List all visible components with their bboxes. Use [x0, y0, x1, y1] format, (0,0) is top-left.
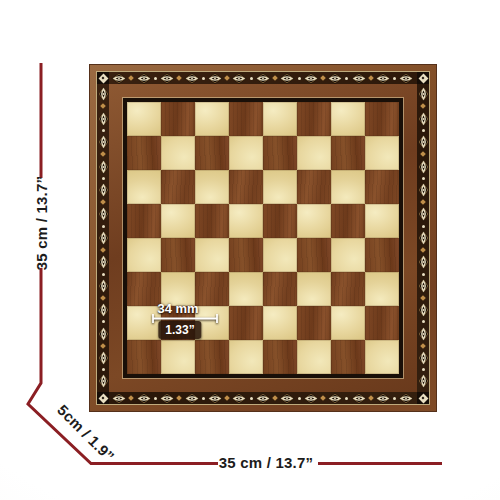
- inlay-dot: [224, 75, 230, 81]
- square-b4: [161, 238, 195, 272]
- square-a6: [127, 170, 161, 204]
- inlay-dot: [422, 273, 425, 276]
- square-h3: [365, 272, 399, 306]
- square-f3: [297, 272, 331, 306]
- inlay-dot: [224, 395, 230, 401]
- square-e3: [263, 272, 297, 306]
- square-d1: [229, 340, 263, 374]
- inlay-eye-motif: [98, 350, 109, 366]
- inlay-eye-motif: [255, 393, 271, 404]
- inlay-strip-left: [97, 84, 109, 392]
- square-a7: [127, 136, 161, 170]
- inlay-eye-motif: [303, 393, 319, 404]
- square-e1: [263, 340, 297, 374]
- square-h1: [365, 340, 399, 374]
- inlay-strip-right: [417, 84, 429, 392]
- inlay-dot: [202, 77, 205, 80]
- inlay-dot: [202, 397, 205, 400]
- inlay-dot: [102, 177, 105, 180]
- square-size-label-inch: 1.33”: [158, 321, 201, 339]
- square-g5: [331, 204, 365, 238]
- inlay-eye-motif: [418, 254, 429, 270]
- inlay-dot: [422, 368, 425, 371]
- inlay-corner-motif: [97, 392, 109, 404]
- square-a1: [127, 340, 161, 374]
- inlay-eye-motif: [159, 393, 175, 404]
- inlay-dot: [422, 177, 425, 180]
- square-g6: [331, 170, 365, 204]
- inlay-dot: [102, 368, 105, 371]
- inlay-eye-motif: [418, 350, 429, 366]
- square-e6: [263, 170, 297, 204]
- inlay-dot: [100, 199, 106, 205]
- inlay-eye-motif: [98, 326, 109, 342]
- inlay-dot: [250, 397, 253, 400]
- inlay-dot: [345, 397, 348, 400]
- inlay-eye-motif: [418, 230, 429, 246]
- square-f4: [297, 238, 331, 272]
- inlay-eye-motif: [351, 393, 367, 404]
- square-h6: [365, 170, 399, 204]
- square-c3: [195, 272, 229, 306]
- inlay-eye-motif: [207, 73, 223, 84]
- square-f7: [297, 136, 331, 170]
- measurement-label-width: 35 cm / 13.7”: [219, 454, 313, 471]
- inlay-dot: [420, 247, 426, 253]
- square-h4: [365, 238, 399, 272]
- inlay-dot: [129, 75, 135, 81]
- inlay-eye-motif: [398, 393, 414, 404]
- inlay-eye-motif: [136, 73, 152, 84]
- square-d6: [229, 170, 263, 204]
- inlay-dot: [176, 395, 182, 401]
- square-f8: [297, 102, 331, 136]
- inlay-eye-motif: [327, 73, 343, 84]
- inlay-dot: [298, 77, 301, 80]
- inlay-dot: [100, 151, 106, 157]
- inlay-eye-motif: [418, 159, 429, 175]
- inlay-eye-motif: [231, 73, 247, 84]
- inlay-eye-motif: [418, 302, 429, 318]
- inlay-dot: [298, 397, 301, 400]
- square-c4: [195, 238, 229, 272]
- square-e5: [263, 204, 297, 238]
- inlay-eye-motif: [98, 278, 109, 294]
- square-a2: [127, 306, 161, 340]
- inlay-eye-motif: [231, 393, 247, 404]
- inlay-dot: [154, 77, 157, 80]
- square-b8: [161, 102, 195, 136]
- inlay-eye-motif: [327, 393, 343, 404]
- inlay-eye-motif: [98, 159, 109, 175]
- inlay-eye-motif: [98, 302, 109, 318]
- square-g7: [331, 136, 365, 170]
- square-a5: [127, 204, 161, 238]
- inlay-dot: [102, 129, 105, 132]
- square-h8: [365, 102, 399, 136]
- square-c6: [195, 170, 229, 204]
- square-b1: [161, 340, 195, 374]
- inlay-dot: [250, 77, 253, 80]
- square-d2: [229, 306, 263, 340]
- inlay-dot: [272, 75, 278, 81]
- inlay-eye-motif: [207, 393, 223, 404]
- square-d7: [229, 136, 263, 170]
- square-f5: [297, 204, 331, 238]
- square-d8: [229, 102, 263, 136]
- square-a8: [127, 102, 161, 136]
- inlay-eye-motif: [98, 111, 109, 127]
- inlay-eye-motif: [111, 393, 127, 404]
- inlay-eye-motif: [98, 134, 109, 150]
- inlay-dot: [345, 77, 348, 80]
- square-c8: [195, 102, 229, 136]
- square-f1: [297, 340, 331, 374]
- square-e4: [263, 238, 297, 272]
- inlay-eye-motif: [418, 373, 429, 389]
- inlay-dot: [420, 151, 426, 157]
- inlay-dot: [420, 199, 426, 205]
- square-g1: [331, 340, 365, 374]
- inlay-dot: [100, 104, 106, 110]
- inlay-dot: [102, 225, 105, 228]
- square-c1: [195, 340, 229, 374]
- board-inlay-band: [96, 71, 430, 405]
- inlay-eye-motif: [418, 111, 429, 127]
- inlay-eye-motif: [255, 73, 271, 84]
- inlay-eye-motif: [375, 393, 391, 404]
- board-inner-frame: [109, 84, 417, 392]
- square-a3: [127, 272, 161, 306]
- inlay-eye-motif: [351, 73, 367, 84]
- square-d4: [229, 238, 263, 272]
- inlay-eye-motif: [303, 73, 319, 84]
- inlay-eye-motif: [159, 73, 175, 84]
- square-f6: [297, 170, 331, 204]
- inlay-dot: [102, 320, 105, 323]
- square-g2: [331, 306, 365, 340]
- inlay-dot: [420, 295, 426, 301]
- inlay-eye-motif: [279, 73, 295, 84]
- inlay-strip-top: [109, 72, 417, 84]
- square-c5: [195, 204, 229, 238]
- inlay-corner-motif: [417, 72, 429, 84]
- square-h5: [365, 204, 399, 238]
- inlay-dot: [420, 343, 426, 349]
- inlay-dot: [272, 395, 278, 401]
- square-g3: [331, 272, 365, 306]
- chessboard: [89, 64, 437, 412]
- inlay-dot: [393, 77, 396, 80]
- inlay-dot: [154, 397, 157, 400]
- inlay-dot: [100, 295, 106, 301]
- inlay-dot: [422, 225, 425, 228]
- inlay-eye-motif: [136, 393, 152, 404]
- inlay-eye-motif: [98, 206, 109, 222]
- inlay-dot: [102, 273, 105, 276]
- square-b7: [161, 136, 195, 170]
- inlay-eye-motif: [98, 86, 109, 102]
- inlay-dot: [320, 75, 326, 81]
- inlay-dot: [393, 397, 396, 400]
- inlay-dot: [422, 320, 425, 323]
- square-h7: [365, 136, 399, 170]
- inlay-strip-bottom: [109, 392, 417, 404]
- inlay-eye-motif: [418, 86, 429, 102]
- inlay-eye-motif: [279, 393, 295, 404]
- inlay-eye-motif: [111, 73, 127, 84]
- square-g4: [331, 238, 365, 272]
- square-g8: [331, 102, 365, 136]
- inlay-eye-motif: [98, 254, 109, 270]
- inlay-dot: [100, 343, 106, 349]
- inlay-dot: [420, 104, 426, 110]
- inlay-dot: [320, 395, 326, 401]
- inlay-eye-motif: [418, 326, 429, 342]
- square-e7: [263, 136, 297, 170]
- inlay-eye-motif: [375, 73, 391, 84]
- square-d3: [229, 272, 263, 306]
- inlay-eye-motif: [418, 206, 429, 222]
- inlay-eye-motif: [98, 230, 109, 246]
- square-h2: [365, 306, 399, 340]
- inlay-eye-motif: [184, 73, 200, 84]
- inlay-eye-motif: [418, 182, 429, 198]
- square-e2: [263, 306, 297, 340]
- inlay-eye-motif: [184, 393, 200, 404]
- inlay-eye-motif: [98, 182, 109, 198]
- inlay-eye-motif: [98, 373, 109, 389]
- inlay-corner-motif: [417, 392, 429, 404]
- inlay-dot: [422, 129, 425, 132]
- inlay-dot: [129, 395, 135, 401]
- inlay-dot: [100, 247, 106, 253]
- square-b5: [161, 204, 195, 238]
- inlay-eye-motif: [398, 73, 414, 84]
- square-c7: [195, 136, 229, 170]
- measurement-label-height: 35 cm / 13.7”: [33, 176, 50, 270]
- inlay-dot: [368, 395, 374, 401]
- inlay-eye-motif: [418, 278, 429, 294]
- inlay-dot: [368, 75, 374, 81]
- inlay-eye-motif: [418, 134, 429, 150]
- square-e8: [263, 102, 297, 136]
- square-size-label-mm: 34 mm: [157, 301, 198, 316]
- inlay-dot: [176, 75, 182, 81]
- square-b6: [161, 170, 195, 204]
- square-d5: [229, 204, 263, 238]
- chessboard-product-photo: 35 cm / 13.7” 35 cm / 13.7” 5cm / 1.9” 3…: [0, 0, 500, 500]
- square-f2: [297, 306, 331, 340]
- square-a4: [127, 238, 161, 272]
- inlay-corner-motif: [97, 72, 109, 84]
